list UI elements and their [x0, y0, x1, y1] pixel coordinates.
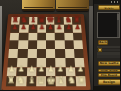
piece-red-bishop: ♝: [29, 14, 38, 24]
square-g3[interactable]: [65, 58, 75, 67]
square-a2[interactable]: ♟: [7, 67, 17, 76]
square-a3[interactable]: [8, 58, 18, 67]
piece-red-rook: ♜: [72, 14, 81, 24]
resign-button[interactable]: Resign: [98, 79, 121, 85]
square-b7[interactable]: ♟: [19, 25, 28, 33]
square-c5[interactable]: [28, 41, 37, 49]
chess-board[interactable]: ♜♞♝♛♚♝♞♜♟♟♟♟♟♟♟♟♟♟♟♟♟♟♟♟♜♞♝♛♚♝♞♜: [6, 17, 86, 86]
piece-red-knight: ♞: [63, 14, 72, 24]
offer-draw-button[interactable]: Offer Draw: [98, 69, 121, 73]
sidebar: Choose Table Back New Game Offer Draw Fl…: [93, 0, 120, 90]
window-controls-icon: [111, 1, 119, 3]
square-f2[interactable]: ♟: [56, 67, 66, 76]
square-f8[interactable]: ♝: [55, 17, 64, 25]
back-button[interactable]: Back: [98, 40, 108, 45]
square-b6[interactable]: [19, 32, 28, 40]
piece-white-bishop: ♝: [56, 74, 66, 86]
square-b4[interactable]: [18, 49, 28, 58]
square-c2[interactable]: ♟: [26, 67, 36, 76]
square-g2[interactable]: ♟: [65, 67, 75, 76]
piece-white-pawn: ♟: [46, 65, 56, 77]
piece-white-pawn: ♟: [56, 65, 66, 77]
piece-red-rook: ♜: [11, 14, 20, 24]
piece-red-king: ♚: [46, 14, 55, 24]
square-h5[interactable]: [73, 41, 83, 49]
square-f7[interactable]: ♟: [55, 25, 64, 33]
piece-red-bishop: ♝: [55, 14, 64, 24]
square-h2[interactable]: ♟: [75, 67, 85, 76]
square-b3[interactable]: [17, 58, 27, 67]
square-h6[interactable]: [73, 32, 83, 40]
piece-white-pawn: ♟: [75, 65, 85, 77]
square-g5[interactable]: [64, 41, 74, 49]
piece-white-bishop: ♝: [26, 74, 36, 86]
square-h8[interactable]: ♜: [72, 17, 81, 25]
square-f4[interactable]: [55, 49, 65, 58]
square-e4[interactable]: [46, 49, 55, 58]
square-e3[interactable]: [46, 58, 56, 67]
piece-white-queen: ♛: [36, 74, 46, 86]
square-g4[interactable]: [65, 49, 75, 58]
square-c4[interactable]: [27, 49, 37, 58]
square-d4[interactable]: [37, 49, 46, 58]
square-d3[interactable]: [36, 58, 46, 67]
option-checkbox[interactable]: [98, 48, 102, 52]
piece-white-king: ♚: [46, 74, 56, 86]
piece-red-queen: ♛: [37, 14, 46, 24]
square-c1[interactable]: ♝: [26, 76, 36, 86]
option-row[interactable]: [97, 55, 120, 58]
piece-red-knight: ♞: [20, 14, 29, 24]
scrollbar[interactable]: [117, 13, 119, 37]
square-b8[interactable]: ♞: [20, 17, 29, 25]
scrollbar-thumb[interactable]: [117, 14, 119, 20]
square-d2[interactable]: ♟: [36, 67, 46, 76]
square-g1[interactable]: ♞: [66, 76, 76, 86]
square-f5[interactable]: [55, 41, 64, 49]
new-game-button[interactable]: New Game: [98, 61, 121, 67]
square-c8[interactable]: ♝: [29, 17, 38, 25]
square-e2[interactable]: ♟: [46, 67, 56, 76]
chess-game-screen: ♜♞♝♛♚♝♞♜♟♟♟♟♟♟♟♟♟♟♟♟♟♟♟♟♜♞♝♛♚♝♞♜ Choose …: [0, 0, 120, 90]
square-c3[interactable]: [27, 58, 37, 67]
piece-white-pawn: ♟: [36, 65, 46, 77]
square-h4[interactable]: [74, 49, 84, 58]
piece-white-pawn: ♟: [17, 65, 27, 77]
square-f3[interactable]: [55, 58, 65, 67]
square-d1[interactable]: ♛: [36, 76, 46, 86]
choose-table-button[interactable]: Choose Table: [98, 5, 120, 11]
square-e8[interactable]: ♚: [46, 17, 55, 25]
square-f1[interactable]: ♝: [56, 76, 66, 86]
square-f6[interactable]: [55, 32, 64, 40]
square-c7[interactable]: ♟: [28, 25, 37, 33]
square-h1[interactable]: ♜: [75, 76, 86, 86]
square-a1[interactable]: ♜: [6, 76, 17, 86]
square-c6[interactable]: [28, 32, 37, 40]
board-area: ♜♞♝♛♚♝♞♜♟♟♟♟♟♟♟♟♟♟♟♟♟♟♟♟♜♞♝♛♚♝♞♜: [0, 8, 92, 90]
piece-white-pawn: ♟: [7, 65, 17, 77]
square-e5[interactable]: [46, 41, 55, 49]
piece-white-rook: ♜: [76, 74, 86, 86]
square-b2[interactable]: ♟: [17, 67, 27, 76]
square-h7[interactable]: ♟: [72, 25, 81, 33]
sidebar-header: [94, 0, 120, 4]
square-d5[interactable]: [37, 41, 46, 49]
square-h3[interactable]: [74, 58, 84, 67]
piece-white-knight: ♞: [16, 74, 26, 86]
sidebar-footer: [94, 86, 120, 91]
piece-white-rook: ♜: [6, 74, 16, 86]
square-e7[interactable]: ♟: [46, 25, 55, 33]
square-a5[interactable]: [9, 41, 19, 49]
square-d8[interactable]: ♛: [37, 17, 46, 25]
piece-white-pawn: ♟: [26, 65, 36, 77]
square-b1[interactable]: ♞: [16, 76, 26, 86]
square-d6[interactable]: [37, 32, 46, 40]
square-e1[interactable]: ♚: [46, 76, 56, 86]
square-d7[interactable]: ♟: [37, 25, 46, 33]
board-frame: ♜♞♝♛♚♝♞♜♟♟♟♟♟♟♟♟♟♟♟♟♟♟♟♟♜♞♝♛♚♝♞♜: [1, 14, 91, 90]
flip-board-button[interactable]: Flip Board: [98, 73, 121, 77]
square-e6[interactable]: [46, 32, 55, 40]
square-b5[interactable]: [18, 41, 28, 49]
table-list[interactable]: [97, 12, 120, 38]
